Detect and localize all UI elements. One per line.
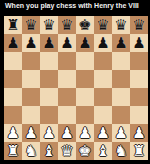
square-e3[interactable]: [76, 106, 94, 124]
piece-black-pawn: ♟: [58, 34, 76, 52]
piece-black-rook: ♜: [4, 16, 22, 34]
square-f3[interactable]: [94, 106, 112, 124]
square-f5[interactable]: [94, 70, 112, 88]
piece-white-knight: ♞: [22, 142, 40, 160]
square-g3[interactable]: [112, 106, 130, 124]
square-b7[interactable]: ♟: [22, 34, 40, 52]
piece-black-queen: ♛: [94, 16, 112, 34]
square-b4[interactable]: [22, 88, 40, 106]
square-e7[interactable]: ♟: [76, 34, 94, 52]
square-h2[interactable]: ♟: [130, 124, 148, 142]
square-h8[interactable]: ♛: [130, 16, 148, 34]
square-g2[interactable]: ♟: [112, 124, 130, 142]
square-d7[interactable]: ♟: [58, 34, 76, 52]
square-h3[interactable]: [130, 106, 148, 124]
square-b2[interactable]: ♟: [22, 124, 40, 142]
square-b1[interactable]: ♞: [22, 142, 40, 160]
square-d5[interactable]: [58, 70, 76, 88]
square-e2[interactable]: ♟: [76, 124, 94, 142]
square-c7[interactable]: ♟: [40, 34, 58, 52]
piece-white-pawn: ♟: [4, 124, 22, 142]
piece-white-bishop: ♝: [94, 142, 112, 160]
square-a8[interactable]: ♜: [4, 16, 22, 34]
piece-white-pawn: ♟: [76, 124, 94, 142]
square-d2[interactable]: ♟: [58, 124, 76, 142]
square-c4[interactable]: [40, 88, 58, 106]
chess-board: ♜♛♛♛♚♛♛♛♟♟♟♟♟♟♟♟♟♟♟♟♟♟♟♟♜♞♝♛♚♝♞♜: [4, 16, 148, 160]
piece-white-bishop: ♝: [40, 142, 58, 160]
square-e8[interactable]: ♚: [76, 16, 94, 34]
meme-image: When you play chess with Henry the VIII …: [0, 0, 150, 164]
square-c2[interactable]: ♟: [40, 124, 58, 142]
square-c5[interactable]: [40, 70, 58, 88]
square-e1[interactable]: ♚: [76, 142, 94, 160]
piece-white-pawn: ♟: [94, 124, 112, 142]
square-a6[interactable]: [4, 52, 22, 70]
square-d4[interactable]: [58, 88, 76, 106]
piece-black-queen: ♛: [58, 16, 76, 34]
square-e5[interactable]: [76, 70, 94, 88]
piece-white-king: ♚: [76, 142, 94, 160]
piece-black-queen: ♛: [22, 16, 40, 34]
piece-black-queen: ♛: [130, 16, 148, 34]
piece-white-pawn: ♟: [58, 124, 76, 142]
square-h5[interactable]: [130, 70, 148, 88]
square-c6[interactable]: [40, 52, 58, 70]
square-f4[interactable]: [94, 88, 112, 106]
square-d8[interactable]: ♛: [58, 16, 76, 34]
square-e6[interactable]: [76, 52, 94, 70]
square-f7[interactable]: ♟: [94, 34, 112, 52]
square-d1[interactable]: ♛: [58, 142, 76, 160]
square-a1[interactable]: ♜: [4, 142, 22, 160]
piece-black-pawn: ♟: [112, 34, 130, 52]
square-b5[interactable]: [22, 70, 40, 88]
square-c3[interactable]: [40, 106, 58, 124]
square-g7[interactable]: ♟: [112, 34, 130, 52]
square-a5[interactable]: [4, 70, 22, 88]
meme-caption: When you play chess with Henry the VIII: [5, 2, 147, 9]
square-c1[interactable]: ♝: [40, 142, 58, 160]
piece-white-queen: ♛: [58, 142, 76, 160]
piece-white-rook: ♜: [4, 142, 22, 160]
square-g5[interactable]: [112, 70, 130, 88]
square-g4[interactable]: [112, 88, 130, 106]
square-g1[interactable]: ♞: [112, 142, 130, 160]
square-a3[interactable]: [4, 106, 22, 124]
piece-black-pawn: ♟: [22, 34, 40, 52]
square-a7[interactable]: ♟: [4, 34, 22, 52]
piece-black-pawn: ♟: [130, 34, 148, 52]
square-a4[interactable]: [4, 88, 22, 106]
square-h4[interactable]: [130, 88, 148, 106]
piece-black-pawn: ♟: [4, 34, 22, 52]
piece-black-queen: ♛: [112, 16, 130, 34]
square-g8[interactable]: ♛: [112, 16, 130, 34]
piece-black-king: ♚: [76, 16, 94, 34]
piece-white-knight: ♞: [112, 142, 130, 160]
piece-black-pawn: ♟: [94, 34, 112, 52]
piece-black-pawn: ♟: [76, 34, 94, 52]
piece-white-pawn: ♟: [40, 124, 58, 142]
piece-black-pawn: ♟: [40, 34, 58, 52]
square-b8[interactable]: ♛: [22, 16, 40, 34]
square-f6[interactable]: [94, 52, 112, 70]
square-e4[interactable]: [76, 88, 94, 106]
square-a2[interactable]: ♟: [4, 124, 22, 142]
piece-white-pawn: ♟: [22, 124, 40, 142]
square-d3[interactable]: [58, 106, 76, 124]
piece-white-rook: ♜: [130, 142, 148, 160]
square-h6[interactable]: [130, 52, 148, 70]
piece-white-pawn: ♟: [112, 124, 130, 142]
piece-white-pawn: ♟: [130, 124, 148, 142]
square-h7[interactable]: ♟: [130, 34, 148, 52]
square-b6[interactable]: [22, 52, 40, 70]
square-g6[interactable]: [112, 52, 130, 70]
square-d6[interactable]: [58, 52, 76, 70]
square-f1[interactable]: ♝: [94, 142, 112, 160]
piece-black-queen: ♛: [40, 16, 58, 34]
square-f8[interactable]: ♛: [94, 16, 112, 34]
square-b3[interactable]: [22, 106, 40, 124]
square-f2[interactable]: ♟: [94, 124, 112, 142]
square-h1[interactable]: ♜: [130, 142, 148, 160]
square-c8[interactable]: ♛: [40, 16, 58, 34]
